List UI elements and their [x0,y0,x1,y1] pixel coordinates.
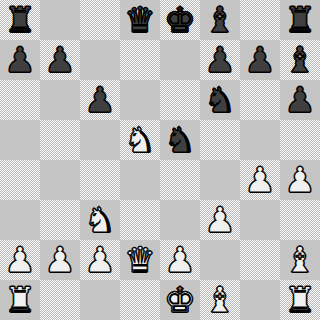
white-pawn-piece: ♟ [284,160,315,200]
square-f8[interactable]: ♝ [200,0,240,40]
square-f2[interactable] [200,240,240,280]
square-a2[interactable]: ♟ [0,240,40,280]
square-g8[interactable] [240,0,280,40]
square-a1[interactable]: ♜ [0,280,40,320]
black-rook-piece: ♜ [4,0,35,40]
square-d6[interactable] [120,80,160,120]
square-c1[interactable] [80,280,120,320]
square-g7[interactable]: ♟ [240,40,280,80]
black-rook-piece: ♜ [284,0,315,40]
square-b3[interactable] [40,200,80,240]
square-a6[interactable] [0,80,40,120]
square-b6[interactable] [40,80,80,120]
black-pawn-piece: ♟ [284,80,315,120]
black-bishop-piece: ♝ [204,0,235,40]
square-d4[interactable] [120,160,160,200]
square-h5[interactable] [280,120,320,160]
chess-board: ♜♛♚♝♜♟♟♟♟♝♟♞♟♞♞♟♟♞♟♟♟♟♛♟♝♜♚♝♜ [0,0,320,320]
square-e2[interactable]: ♟ [160,240,200,280]
square-b1[interactable] [40,280,80,320]
square-f4[interactable] [200,160,240,200]
square-h1[interactable]: ♜ [280,280,320,320]
white-pawn-piece: ♟ [204,200,235,240]
square-f1[interactable]: ♝ [200,280,240,320]
square-c4[interactable] [80,160,120,200]
black-pawn-piece: ♟ [244,40,275,80]
square-f3[interactable]: ♟ [200,200,240,240]
square-h7[interactable]: ♝ [280,40,320,80]
square-c3[interactable]: ♞ [80,200,120,240]
square-a4[interactable] [0,160,40,200]
square-a5[interactable] [0,120,40,160]
square-e6[interactable] [160,80,200,120]
white-bishop-piece: ♝ [204,280,235,320]
black-pawn-piece: ♟ [84,80,115,120]
square-b5[interactable] [40,120,80,160]
square-h2[interactable]: ♝ [280,240,320,280]
square-c7[interactable] [80,40,120,80]
square-b4[interactable] [40,160,80,200]
square-g4[interactable]: ♟ [240,160,280,200]
square-c5[interactable] [80,120,120,160]
square-d1[interactable] [120,280,160,320]
white-pawn-piece: ♟ [244,160,275,200]
square-g6[interactable] [240,80,280,120]
square-e7[interactable] [160,40,200,80]
square-g3[interactable] [240,200,280,240]
square-d8[interactable]: ♛ [120,0,160,40]
square-g5[interactable] [240,120,280,160]
square-e4[interactable] [160,160,200,200]
black-queen-piece: ♛ [124,0,155,40]
square-e1[interactable]: ♚ [160,280,200,320]
square-b8[interactable] [40,0,80,40]
square-e8[interactable]: ♚ [160,0,200,40]
white-queen-piece: ♛ [124,240,155,280]
square-a3[interactable] [0,200,40,240]
square-g2[interactable] [240,240,280,280]
square-h8[interactable]: ♜ [280,0,320,40]
black-pawn-piece: ♟ [44,40,75,80]
square-b2[interactable]: ♟ [40,240,80,280]
white-pawn-piece: ♟ [164,240,195,280]
square-c6[interactable]: ♟ [80,80,120,120]
square-h6[interactable]: ♟ [280,80,320,120]
black-knight-piece: ♞ [204,80,235,120]
black-pawn-piece: ♟ [4,40,35,80]
black-pawn-piece: ♟ [204,40,235,80]
white-knight-piece: ♞ [84,200,115,240]
white-pawn-piece: ♟ [84,240,115,280]
black-king-piece: ♚ [164,0,195,40]
square-d3[interactable] [120,200,160,240]
square-b7[interactable]: ♟ [40,40,80,80]
square-f6[interactable]: ♞ [200,80,240,120]
square-e5[interactable]: ♞ [160,120,200,160]
square-a7[interactable]: ♟ [0,40,40,80]
black-knight-piece: ♞ [164,120,195,160]
square-f7[interactable]: ♟ [200,40,240,80]
white-pawn-piece: ♟ [44,240,75,280]
square-d2[interactable]: ♛ [120,240,160,280]
black-bishop-piece: ♝ [284,40,315,80]
white-king-piece: ♚ [164,280,195,320]
square-g1[interactable] [240,280,280,320]
white-rook-piece: ♜ [284,280,315,320]
square-e3[interactable] [160,200,200,240]
white-bishop-piece: ♝ [284,240,315,280]
white-pawn-piece: ♟ [4,240,35,280]
square-c2[interactable]: ♟ [80,240,120,280]
square-d5[interactable]: ♞ [120,120,160,160]
white-rook-piece: ♜ [4,280,35,320]
square-h4[interactable]: ♟ [280,160,320,200]
square-d7[interactable] [120,40,160,80]
square-a8[interactable]: ♜ [0,0,40,40]
white-knight-piece: ♞ [124,120,155,160]
square-f5[interactable] [200,120,240,160]
square-c8[interactable] [80,0,120,40]
square-h3[interactable] [280,200,320,240]
